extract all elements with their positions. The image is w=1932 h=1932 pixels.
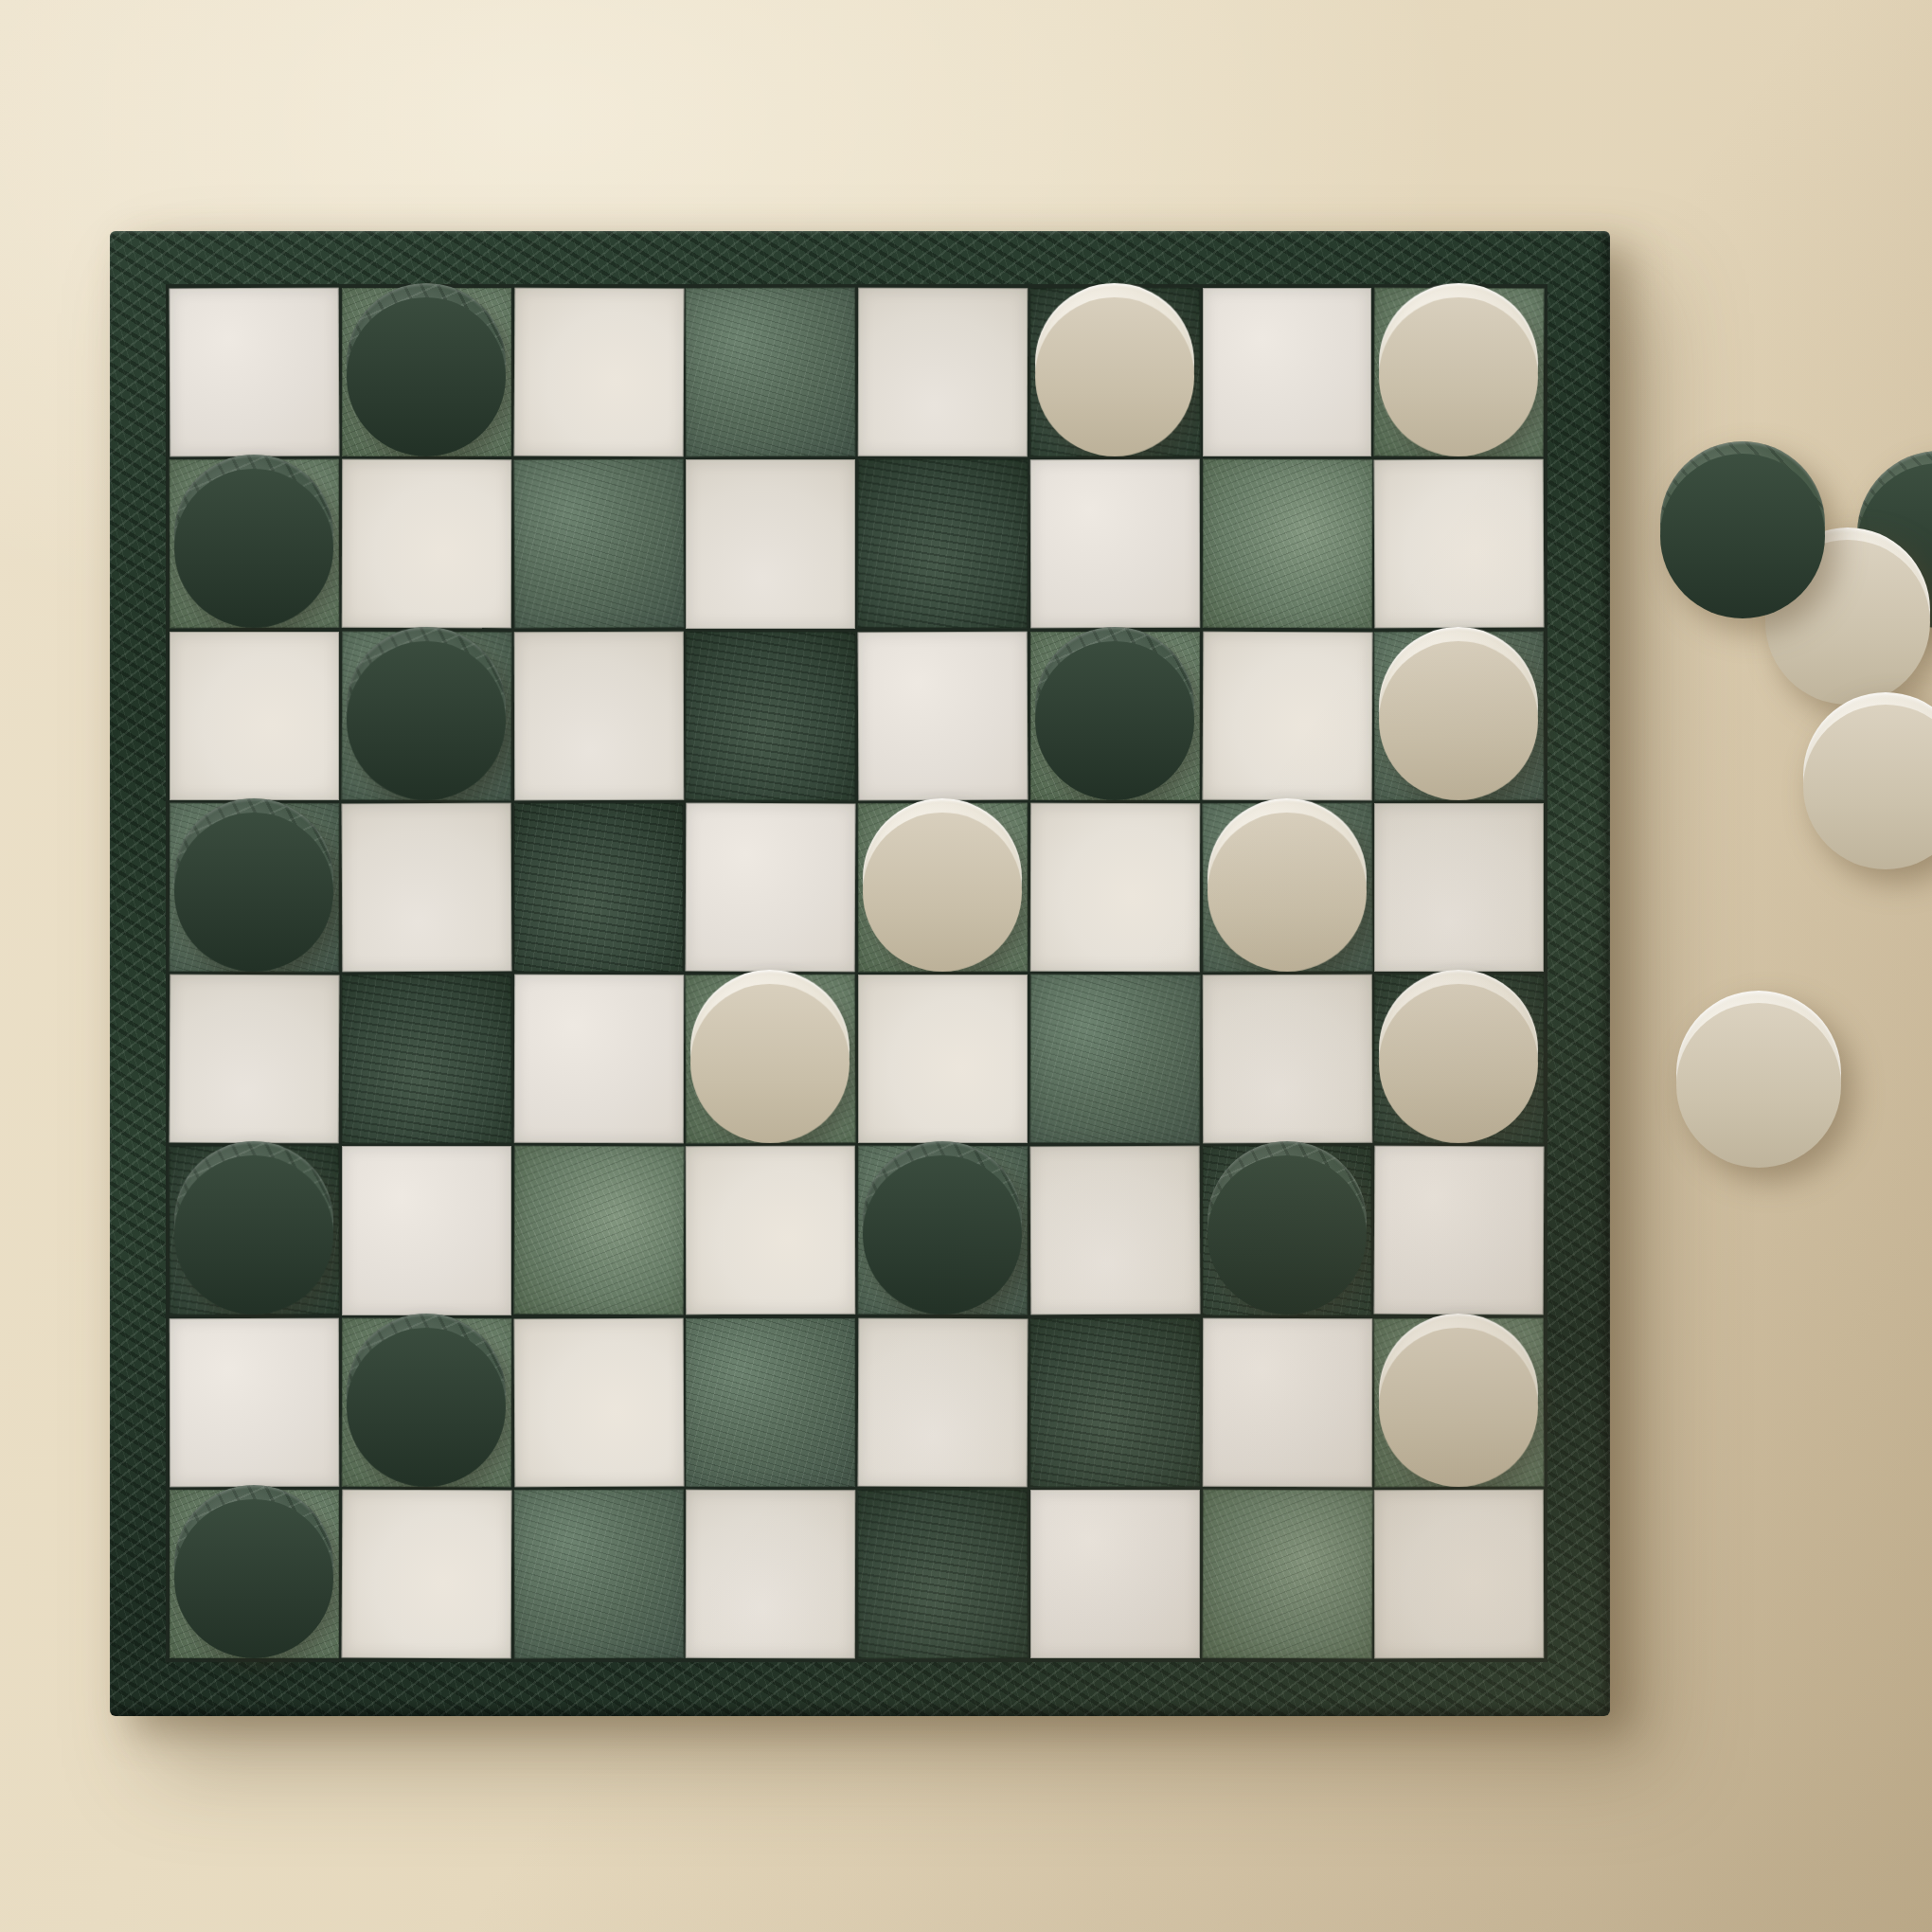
board-square-f6[interactable]	[1030, 632, 1200, 800]
photo-scene	[0, 0, 1932, 1932]
checker-piece-green[interactable]	[174, 1485, 333, 1644]
checker-piece-white[interactable]	[1379, 970, 1538, 1129]
board-square-c5[interactable]	[514, 803, 684, 972]
board-square-d2[interactable]	[686, 1318, 855, 1487]
checker-piece-white[interactable]	[690, 970, 850, 1130]
board-square-c2[interactable]	[513, 1317, 683, 1487]
board-square-g8[interactable]	[1203, 288, 1372, 456]
board-square-d5[interactable]	[686, 802, 855, 972]
board-square-a1[interactable]	[170, 1490, 339, 1658]
board-square-g6[interactable]	[1202, 631, 1371, 800]
checker-piece-green[interactable]	[347, 283, 506, 442]
board-square-b8[interactable]	[342, 288, 511, 456]
board-square-h3[interactable]	[1374, 1146, 1544, 1315]
board-square-h8[interactable]	[1374, 288, 1544, 457]
off-board-piece-white[interactable]	[1676, 991, 1841, 1155]
board-square-e7[interactable]	[858, 459, 1028, 629]
checker-piece-white[interactable]	[1379, 626, 1538, 785]
checker-piece-green[interactable]	[347, 626, 507, 786]
board-square-b3[interactable]	[342, 1146, 511, 1315]
board-square-d4[interactable]	[686, 975, 855, 1144]
checker-piece-white[interactable]	[1379, 283, 1539, 443]
board-square-c3[interactable]	[513, 1146, 683, 1315]
board-square-a5[interactable]	[170, 803, 339, 973]
board-square-e8[interactable]	[858, 288, 1028, 457]
board-square-b4[interactable]	[342, 975, 511, 1144]
board-square-d3[interactable]	[686, 1146, 855, 1315]
board-square-h7[interactable]	[1374, 459, 1544, 629]
board-square-f4[interactable]	[1029, 975, 1199, 1144]
board-square-g7[interactable]	[1202, 459, 1371, 629]
board-square-d8[interactable]	[686, 288, 855, 457]
board-square-b6[interactable]	[341, 631, 510, 800]
board-square-c1[interactable]	[513, 1490, 683, 1659]
board-square-f2[interactable]	[1030, 1317, 1200, 1487]
board-square-e5[interactable]	[858, 803, 1028, 973]
checker-piece-green[interactable]	[1035, 627, 1194, 786]
board-square-e4[interactable]	[858, 975, 1028, 1143]
board-square-a7[interactable]	[170, 459, 339, 629]
board-square-a2[interactable]	[170, 1317, 339, 1487]
board-square-g5[interactable]	[1202, 802, 1371, 972]
board-square-c6[interactable]	[513, 631, 683, 800]
board-square-e2[interactable]	[858, 1317, 1028, 1487]
board-square-h1[interactable]	[1374, 1490, 1544, 1659]
board-square-g2[interactable]	[1202, 1317, 1371, 1487]
checker-piece-green[interactable]	[174, 1141, 334, 1301]
board-square-e6[interactable]	[858, 631, 1028, 800]
checker-piece-green[interactable]	[347, 1313, 506, 1472]
board-square-a3[interactable]	[170, 1146, 339, 1315]
checker-piece-green[interactable]	[174, 798, 333, 957]
checker-piece-green[interactable]	[174, 455, 333, 614]
checkers-board	[110, 231, 1610, 1716]
board-square-a4[interactable]	[170, 975, 339, 1144]
board-square-b7[interactable]	[342, 459, 511, 629]
checker-piece-green[interactable]	[1207, 1141, 1367, 1300]
board-square-c4[interactable]	[513, 975, 683, 1144]
board-square-c7[interactable]	[513, 459, 683, 629]
board-grid	[166, 284, 1547, 1662]
board-square-b2[interactable]	[342, 1317, 511, 1487]
board-square-f5[interactable]	[1030, 803, 1200, 973]
board-square-f8[interactable]	[1029, 288, 1199, 457]
board-square-f3[interactable]	[1029, 1146, 1199, 1315]
checker-piece-green[interactable]	[863, 1141, 1022, 1300]
board-square-a8[interactable]	[170, 288, 339, 457]
board-square-g3[interactable]	[1203, 1146, 1372, 1315]
board-square-c8[interactable]	[513, 288, 683, 457]
board-square-g4[interactable]	[1202, 975, 1371, 1144]
board-square-f7[interactable]	[1030, 459, 1200, 629]
board-square-h4[interactable]	[1374, 975, 1544, 1144]
board-square-f1[interactable]	[1030, 1490, 1200, 1658]
board-square-h5[interactable]	[1374, 803, 1544, 972]
board-square-e3[interactable]	[858, 1146, 1028, 1315]
board-square-h6[interactable]	[1374, 631, 1544, 800]
checker-piece-white[interactable]	[1035, 283, 1195, 443]
board-square-b1[interactable]	[341, 1489, 510, 1658]
board-square-g1[interactable]	[1202, 1489, 1371, 1658]
checker-piece-white[interactable]	[1379, 1313, 1539, 1473]
board-square-b5[interactable]	[341, 802, 510, 972]
board-square-e1[interactable]	[858, 1489, 1028, 1658]
off-board-piece-white[interactable]	[1803, 692, 1932, 857]
board-square-h2[interactable]	[1374, 1317, 1544, 1487]
off-board-piece-green[interactable]	[1660, 441, 1825, 606]
board-square-d7[interactable]	[686, 459, 855, 628]
board-square-d1[interactable]	[686, 1490, 855, 1659]
checker-piece-white[interactable]	[863, 798, 1022, 957]
board-square-d6[interactable]	[686, 631, 855, 800]
checker-piece-white[interactable]	[1207, 797, 1367, 957]
board-square-a6[interactable]	[170, 632, 339, 800]
